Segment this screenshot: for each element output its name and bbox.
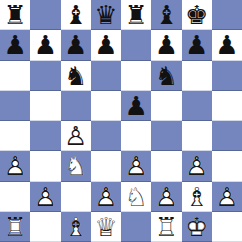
- piece-black-queen: ♛: [91, 0, 121, 30]
- piece-solid-layer: ♟: [121, 91, 151, 121]
- square-b3[interactable]: [30, 151, 60, 181]
- square-e8[interactable]: ♜: [121, 0, 151, 30]
- piece-white-rook: ♜♖: [151, 212, 181, 242]
- piece-outline-layer: ♗: [61, 212, 91, 242]
- piece-white-pawn: ♟♙: [121, 151, 151, 181]
- square-f1[interactable]: ♜♖: [151, 212, 181, 242]
- square-d1[interactable]: ♛♕: [91, 212, 121, 242]
- piece-outline-layer: ♙: [151, 182, 181, 212]
- piece-white-pawn: ♟♙: [151, 182, 181, 212]
- square-d8[interactable]: ♛: [91, 0, 121, 30]
- piece-solid-layer: ♜: [0, 0, 30, 30]
- piece-black-pawn: ♟: [61, 30, 91, 60]
- piece-black-rook: ♜: [0, 0, 30, 30]
- piece-black-pawn: ♟: [121, 91, 151, 121]
- piece-solid-layer: ♝: [151, 0, 181, 30]
- square-e4[interactable]: [121, 121, 151, 151]
- square-b6[interactable]: [30, 61, 60, 91]
- piece-solid-layer: ♛: [91, 0, 121, 30]
- piece-black-pawn: ♟: [30, 30, 60, 60]
- piece-black-pawn: ♟: [0, 30, 30, 60]
- piece-solid-layer: ♟: [212, 30, 242, 60]
- piece-solid-layer: ♟: [91, 30, 121, 60]
- square-g6[interactable]: [182, 61, 212, 91]
- chess-board: ♜♝♛♜♝♚♟♟♟♟♟♟♟♞♞♟♟♙♟♙♞♘♟♙♟♙♟♙♟♙♞♘♟♙♝♗♟♙♜♖…: [0, 0, 242, 242]
- piece-white-rook: ♜♖: [0, 212, 30, 242]
- square-c8[interactable]: ♝: [61, 0, 91, 30]
- piece-white-pawn: ♟♙: [91, 182, 121, 212]
- piece-outline-layer: ♙: [30, 182, 60, 212]
- piece-white-bishop: ♝♗: [61, 212, 91, 242]
- piece-black-knight: ♞: [61, 61, 91, 91]
- square-h1[interactable]: [212, 212, 242, 242]
- square-a1[interactable]: ♜♖: [0, 212, 30, 242]
- square-g4[interactable]: [182, 121, 212, 151]
- piece-solid-layer: ♞: [151, 61, 181, 91]
- piece-outline-layer: ♖: [0, 212, 30, 242]
- square-f2[interactable]: ♟♙: [151, 182, 181, 212]
- square-g5[interactable]: [182, 91, 212, 121]
- square-h8[interactable]: [212, 0, 242, 30]
- piece-white-pawn: ♟♙: [30, 182, 60, 212]
- piece-white-pawn: ♟♙: [182, 151, 212, 181]
- square-c3[interactable]: ♞♘: [61, 151, 91, 181]
- square-f6[interactable]: ♞: [151, 61, 181, 91]
- square-e3[interactable]: ♟♙: [121, 151, 151, 181]
- square-c6[interactable]: ♞: [61, 61, 91, 91]
- square-d7[interactable]: ♟: [91, 30, 121, 60]
- square-h3[interactable]: [212, 151, 242, 181]
- square-c4[interactable]: ♟♙: [61, 121, 91, 151]
- piece-outline-layer: ♔: [182, 212, 212, 242]
- square-h2[interactable]: ♟♙: [212, 182, 242, 212]
- square-g1[interactable]: ♚♔: [182, 212, 212, 242]
- square-b4[interactable]: [30, 121, 60, 151]
- square-d6[interactable]: [91, 61, 121, 91]
- piece-outline-layer: ♕: [91, 212, 121, 242]
- square-a2[interactable]: [0, 182, 30, 212]
- piece-white-knight: ♞♘: [61, 151, 91, 181]
- piece-black-king: ♚: [182, 0, 212, 30]
- piece-white-queen: ♛♕: [91, 212, 121, 242]
- piece-solid-layer: ♟: [182, 30, 212, 60]
- square-g2[interactable]: ♝♗: [182, 182, 212, 212]
- piece-solid-layer: ♟: [0, 30, 30, 60]
- piece-solid-layer: ♝: [61, 0, 91, 30]
- square-c1[interactable]: ♝♗: [61, 212, 91, 242]
- square-f7[interactable]: ♟: [151, 30, 181, 60]
- piece-black-pawn: ♟: [182, 30, 212, 60]
- square-f3[interactable]: [151, 151, 181, 181]
- square-b2[interactable]: ♟♙: [30, 182, 60, 212]
- square-e2[interactable]: ♞♘: [121, 182, 151, 212]
- piece-white-pawn: ♟♙: [212, 182, 242, 212]
- square-f8[interactable]: ♝: [151, 0, 181, 30]
- piece-black-knight: ♞: [151, 61, 181, 91]
- piece-outline-layer: ♘: [61, 151, 91, 181]
- piece-white-pawn: ♟♙: [0, 151, 30, 181]
- square-c2[interactable]: [61, 182, 91, 212]
- piece-white-pawn: ♟♙: [61, 121, 91, 151]
- piece-black-bishop: ♝: [61, 0, 91, 30]
- piece-outline-layer: ♙: [121, 151, 151, 181]
- square-d5[interactable]: [91, 91, 121, 121]
- square-g7[interactable]: ♟: [182, 30, 212, 60]
- square-a8[interactable]: ♜: [0, 0, 30, 30]
- square-e5[interactable]: ♟: [121, 91, 151, 121]
- square-f4[interactable]: [151, 121, 181, 151]
- square-b1[interactable]: [30, 212, 60, 242]
- piece-white-knight: ♞♘: [121, 182, 151, 212]
- square-b8[interactable]: [30, 0, 60, 30]
- piece-solid-layer: ♞: [61, 61, 91, 91]
- piece-outline-layer: ♙: [0, 151, 30, 181]
- square-c5[interactable]: [61, 91, 91, 121]
- square-h7[interactable]: ♟: [212, 30, 242, 60]
- square-d4[interactable]: [91, 121, 121, 151]
- square-d2[interactable]: ♟♙: [91, 182, 121, 212]
- square-g3[interactable]: ♟♙: [182, 151, 212, 181]
- square-a5[interactable]: [0, 91, 30, 121]
- piece-solid-layer: ♚: [182, 0, 212, 30]
- square-a3[interactable]: ♟♙: [0, 151, 30, 181]
- square-e6[interactable]: [121, 61, 151, 91]
- square-b7[interactable]: ♟: [30, 30, 60, 60]
- piece-solid-layer: ♜: [121, 0, 151, 30]
- square-a7[interactable]: ♟: [0, 30, 30, 60]
- piece-solid-layer: ♟: [151, 30, 181, 60]
- square-g8[interactable]: ♚: [182, 0, 212, 30]
- piece-outline-layer: ♙: [212, 182, 242, 212]
- piece-black-bishop: ♝: [151, 0, 181, 30]
- piece-outline-layer: ♙: [91, 182, 121, 212]
- piece-outline-layer: ♙: [182, 151, 212, 181]
- piece-outline-layer: ♖: [151, 212, 181, 242]
- square-f5[interactable]: [151, 91, 181, 121]
- piece-black-pawn: ♟: [91, 30, 121, 60]
- piece-black-pawn: ♟: [151, 30, 181, 60]
- square-e7[interactable]: [121, 30, 151, 60]
- piece-solid-layer: ♟: [61, 30, 91, 60]
- square-a6[interactable]: [0, 61, 30, 91]
- square-h4[interactable]: [212, 121, 242, 151]
- piece-black-pawn: ♟: [212, 30, 242, 60]
- square-c7[interactable]: ♟: [61, 30, 91, 60]
- square-a4[interactable]: [0, 121, 30, 151]
- piece-black-rook: ♜: [121, 0, 151, 30]
- piece-white-king: ♚♔: [182, 212, 212, 242]
- square-h6[interactable]: [212, 61, 242, 91]
- piece-outline-layer: ♙: [61, 121, 91, 151]
- square-e1[interactable]: [121, 212, 151, 242]
- square-b5[interactable]: [30, 91, 60, 121]
- piece-solid-layer: ♟: [30, 30, 60, 60]
- piece-white-bishop: ♝♗: [182, 182, 212, 212]
- piece-outline-layer: ♘: [121, 182, 151, 212]
- square-h5[interactable]: [212, 91, 242, 121]
- square-d3[interactable]: [91, 151, 121, 181]
- piece-outline-layer: ♗: [182, 182, 212, 212]
